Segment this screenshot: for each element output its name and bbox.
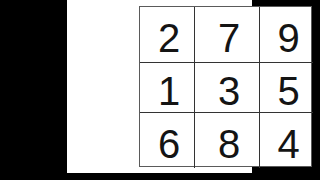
video-frame: 2 7 9 1 3 5 6 8 4 — [0, 0, 320, 180]
cell-value: 5 — [277, 71, 299, 111]
cell-value: 1 — [158, 71, 180, 111]
cell-value: 7 — [218, 18, 240, 58]
cell-value: 2 — [158, 18, 180, 58]
cell-r3c2: 8 — [195, 113, 260, 168]
cell-value: 3 — [218, 71, 240, 111]
cell-r1c2: 7 — [195, 7, 260, 63]
cell-r2c3: 5 — [260, 63, 313, 113]
cell-r3c1: 6 — [140, 113, 195, 168]
cell-r2c1: 1 — [140, 63, 195, 113]
cell-value: 6 — [158, 124, 180, 164]
cell-value: 8 — [218, 124, 240, 164]
number-grid-board: 2 7 9 1 3 5 6 8 4 — [139, 6, 312, 167]
cell-value: 9 — [277, 18, 299, 58]
white-panel: 2 7 9 1 3 5 6 8 4 — [67, 0, 252, 173]
cell-r2c2: 3 — [195, 63, 260, 113]
cell-value: 4 — [277, 124, 299, 164]
cell-r1c3: 9 — [260, 7, 313, 63]
cell-r1c1: 2 — [140, 7, 195, 63]
cell-r3c3: 4 — [260, 113, 313, 168]
